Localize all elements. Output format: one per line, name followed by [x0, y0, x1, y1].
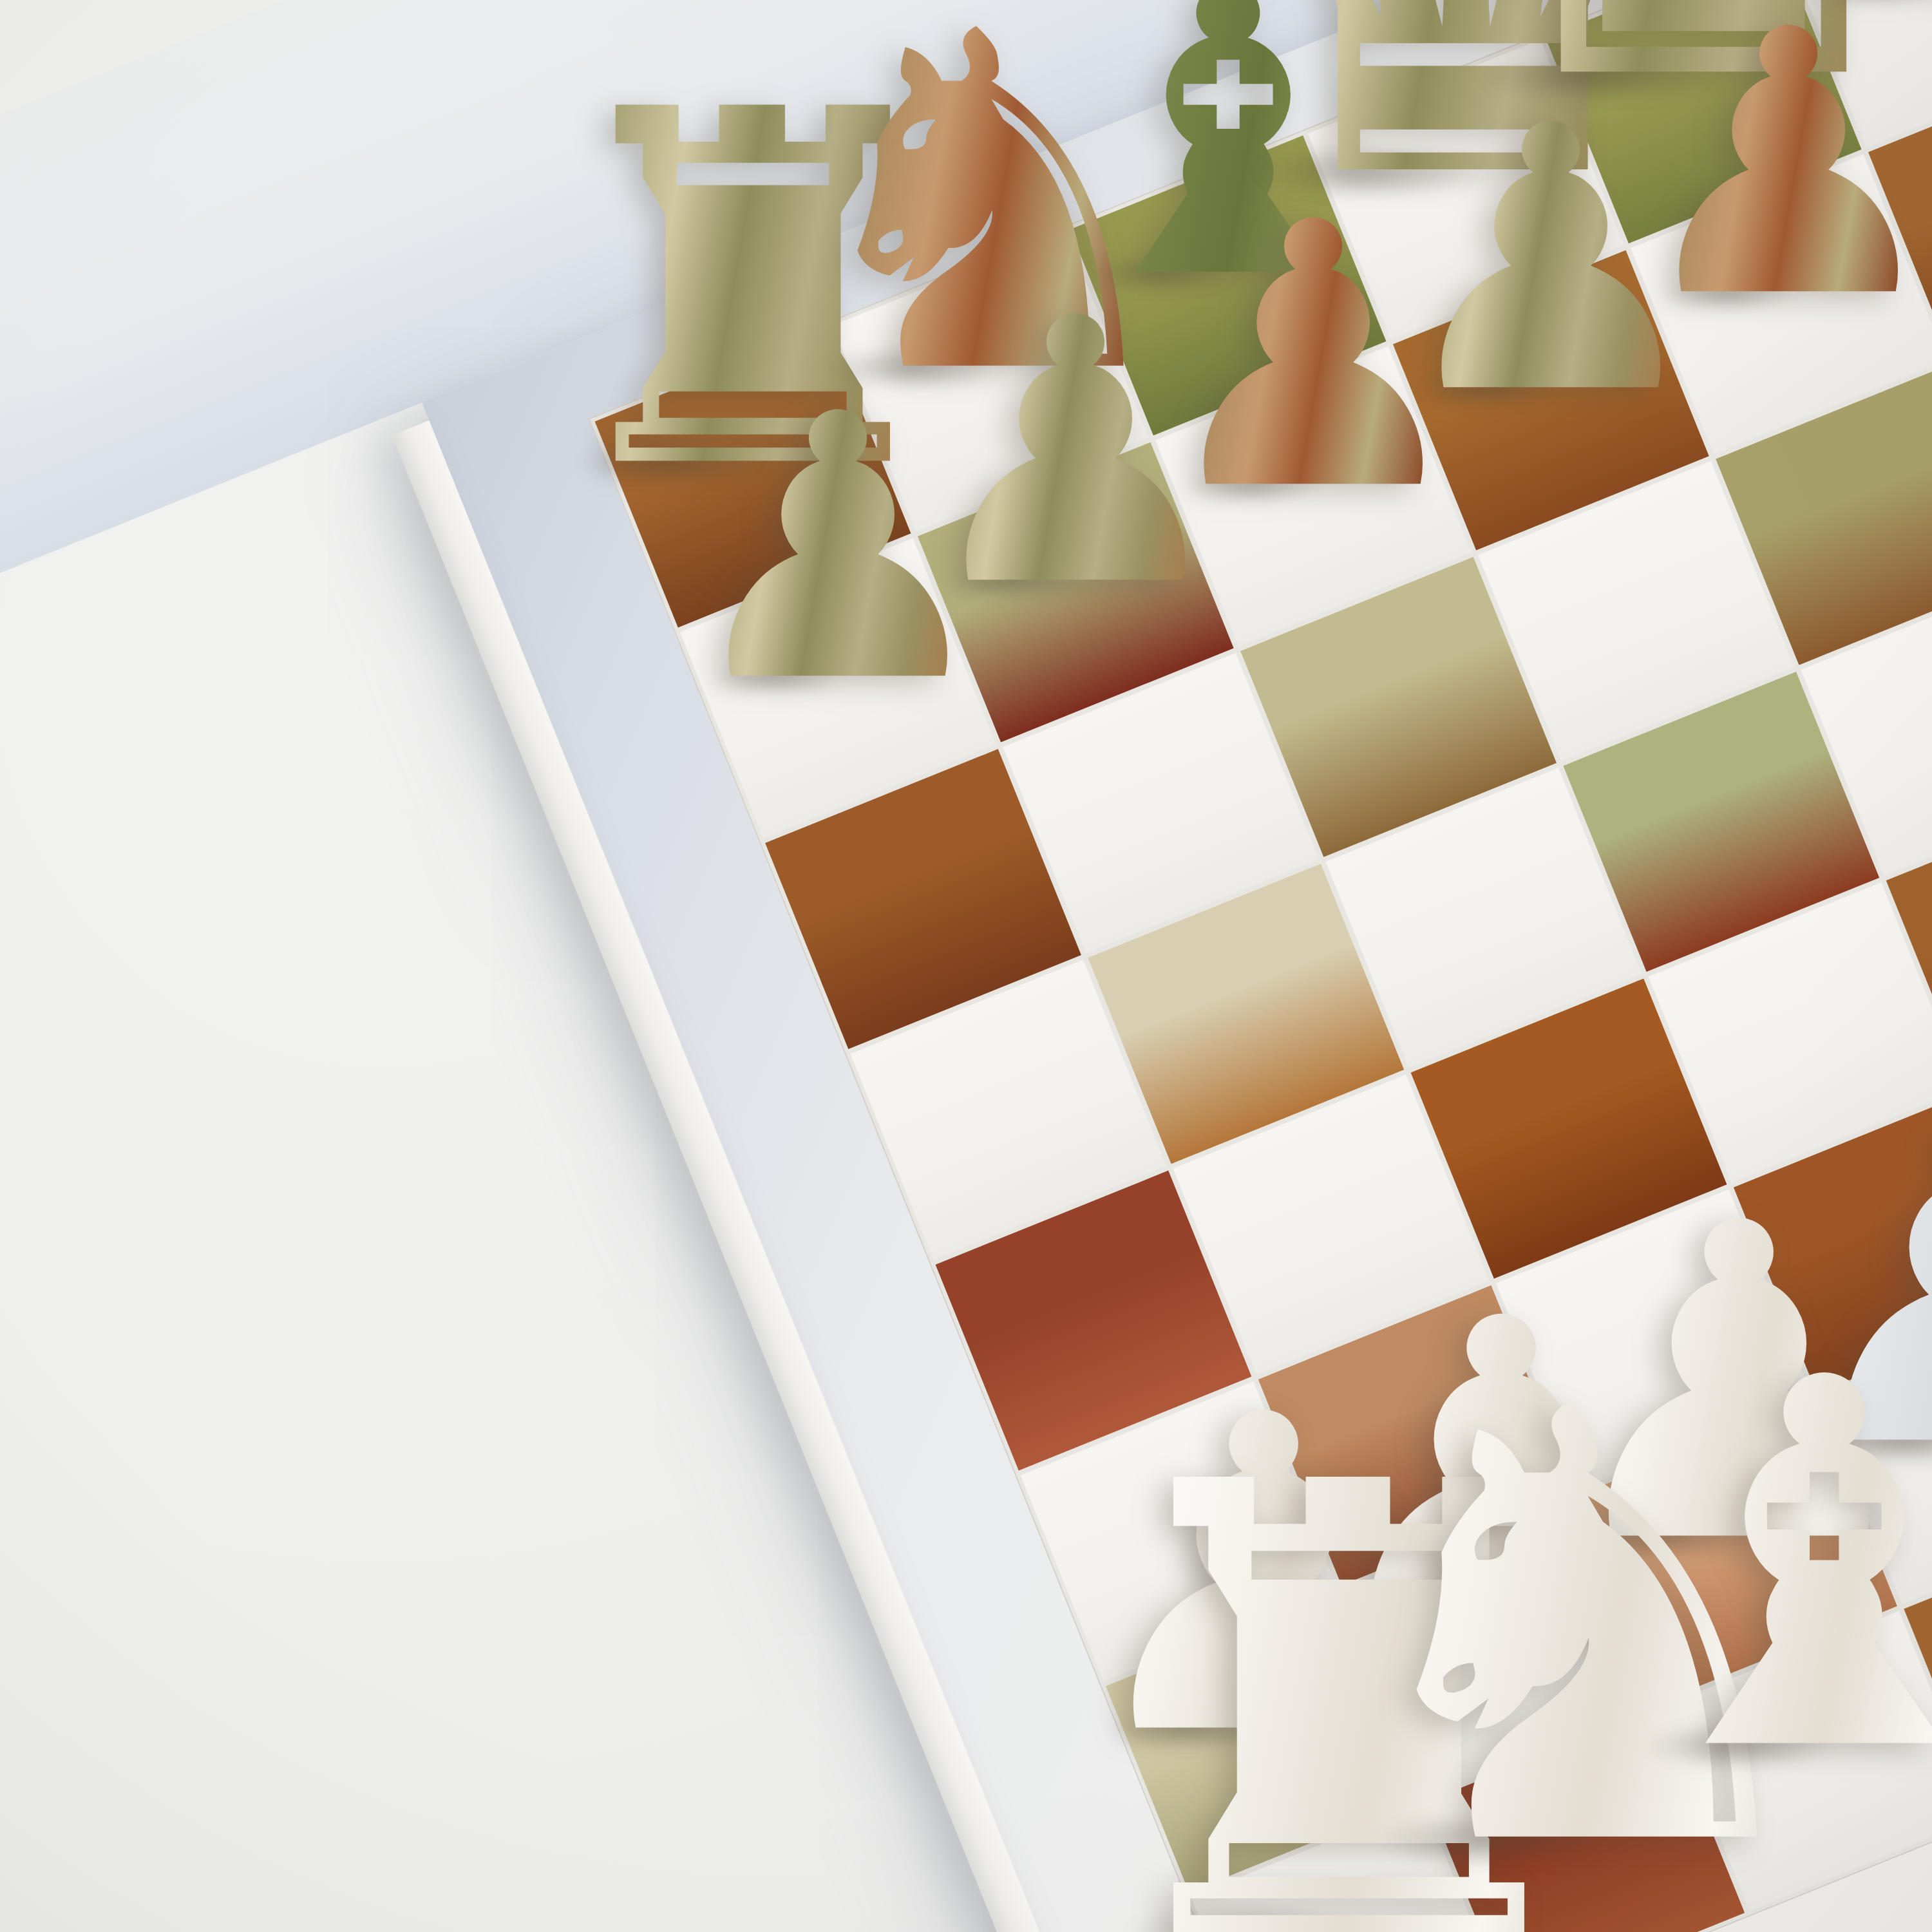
photo-scene: ♜♞♝♛♚♝♟♟♟♟♟♟♟♟♟♜♞♝	[0, 0, 1932, 1932]
piece-green-pawn-e7[interactable]: ♟	[1625, 0, 1932, 348]
piece-white-bishop-c1[interactable]: ♝	[1597, 1314, 1932, 1822]
